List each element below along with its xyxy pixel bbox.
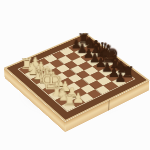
board-square[interactable]: ♟ xyxy=(111,78,126,87)
perspective-scene: ♜♟♟♜♞♟♟♞♝♟♟♝♛♟♟♛♚♟♟♚♝♟♟♝♞♟♟♞♜♟♟♜ xyxy=(0,0,150,150)
board-square[interactable]: ♜ xyxy=(61,101,76,111)
piece-black-pawn[interactable]: ♟ xyxy=(114,72,126,83)
chess-board: ♜♟♟♜♞♟♟♞♝♟♟♝♛♟♟♛♚♟♟♚♝♟♟♝♞♟♟♞♜♟♟♜ xyxy=(4,33,150,122)
chess-set-photo: ♜♟♟♜♞♟♟♞♝♟♟♝♛♟♟♛♚♟♟♚♝♟♟♝♞♟♟♞♜♟♟♜ xyxy=(0,0,150,150)
piece-white-rook[interactable]: ♜ xyxy=(63,94,77,107)
fold-seam-on-edge xyxy=(108,100,109,111)
